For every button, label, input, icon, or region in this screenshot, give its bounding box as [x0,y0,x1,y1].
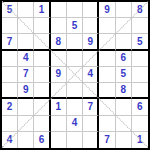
cell-r8c9[interactable] [132,116,148,132]
cell-r6c2[interactable]: 9 [18,83,34,99]
cell-r4c1[interactable] [2,51,18,67]
cell-r6c5[interactable] [67,83,83,99]
cell-r1c4[interactable] [51,2,67,18]
cell-r9c7[interactable]: 7 [99,132,115,148]
cell-r2c3[interactable] [34,18,50,34]
cell-r2c9[interactable] [132,18,148,34]
cell-r6c3[interactable] [34,83,50,99]
cell-r2c6[interactable] [83,18,99,34]
cell-r5c6[interactable]: 4 [83,67,99,83]
cell-r1c3[interactable]: 1 [34,2,50,18]
cell-r3c3[interactable] [34,34,50,50]
cell-r5c7[interactable] [99,67,115,83]
cell-r8c1[interactable] [2,116,18,132]
cell-r9c4[interactable] [51,132,67,148]
cell-r4c3[interactable] [34,51,50,67]
cell-r1c5[interactable] [67,2,83,18]
cell-r5c5[interactable] [67,67,83,83]
cell-r4c5[interactable] [67,51,83,67]
cell-r5c3[interactable] [34,67,50,83]
cell-r7c1[interactable]: 2 [2,99,18,115]
cell-r1c1[interactable]: 5 [2,2,18,18]
cell-r9c3[interactable]: 6 [34,132,50,148]
cell-r6c8[interactable]: 8 [116,83,132,99]
cell-r2c4[interactable] [51,18,67,34]
cell-r3c7[interactable] [99,34,115,50]
cell-r6c7[interactable] [99,83,115,99]
cell-r3c5[interactable] [67,34,83,50]
cell-r4c9[interactable] [132,51,148,67]
cell-r8c3[interactable] [34,116,50,132]
cell-r6c6[interactable] [83,83,99,99]
cell-r5c4[interactable]: 9 [51,67,67,83]
cell-r4c2[interactable]: 4 [18,51,34,67]
cell-r6c4[interactable] [51,83,67,99]
cell-r5c8[interactable]: 5 [116,67,132,83]
cell-r1c9[interactable]: 8 [132,2,148,18]
cell-r3c6[interactable]: 9 [83,34,99,50]
cell-r1c7[interactable]: 9 [99,2,115,18]
cell-r2c5[interactable]: 5 [67,18,83,34]
cell-r7c6[interactable]: 7 [83,99,99,115]
cell-r8c2[interactable] [18,116,34,132]
cell-r8c5[interactable]: 4 [67,116,83,132]
cell-r9c1[interactable]: 4 [2,132,18,148]
cell-r3c8[interactable] [116,34,132,50]
cell-r5c2[interactable]: 7 [18,67,34,83]
cell-r4c7[interactable] [99,51,115,67]
cell-r3c1[interactable]: 7 [2,34,18,50]
cell-r7c2[interactable] [18,99,34,115]
cell-r9c5[interactable] [67,132,83,148]
cell-r1c6[interactable] [83,2,99,18]
cell-r5c9[interactable] [132,67,148,83]
cell-r7c5[interactable] [67,99,83,115]
cell-r9c2[interactable] [18,132,34,148]
cell-r1c8[interactable] [116,2,132,18]
cell-r9c9[interactable]: 1 [132,132,148,148]
cell-r3c2[interactable] [18,34,34,50]
cell-r8c4[interactable] [51,116,67,132]
cell-r2c2[interactable] [18,18,34,34]
cell-r4c6[interactable] [83,51,99,67]
cell-r3c9[interactable]: 5 [132,34,148,50]
sudoku-board: 51985789546794598217644671 [0,0,150,150]
cell-r4c4[interactable] [51,51,67,67]
cell-r2c1[interactable] [2,18,18,34]
cell-r6c9[interactable] [132,83,148,99]
cell-r8c6[interactable] [83,116,99,132]
cell-r2c8[interactable] [116,18,132,34]
cell-r7c7[interactable] [99,99,115,115]
cell-r8c8[interactable] [116,116,132,132]
cell-r1c2[interactable] [18,2,34,18]
cell-r9c6[interactable] [83,132,99,148]
cell-r3c4[interactable]: 8 [51,34,67,50]
cell-r7c4[interactable]: 1 [51,99,67,115]
cell-r9c8[interactable] [116,132,132,148]
cell-r6c1[interactable] [2,83,18,99]
cell-r7c9[interactable]: 6 [132,99,148,115]
cell-r2c7[interactable] [99,18,115,34]
cell-r7c8[interactable] [116,99,132,115]
cell-r4c8[interactable]: 6 [116,51,132,67]
cell-r7c3[interactable] [34,99,50,115]
cell-r5c1[interactable] [2,67,18,83]
cell-r8c7[interactable] [99,116,115,132]
